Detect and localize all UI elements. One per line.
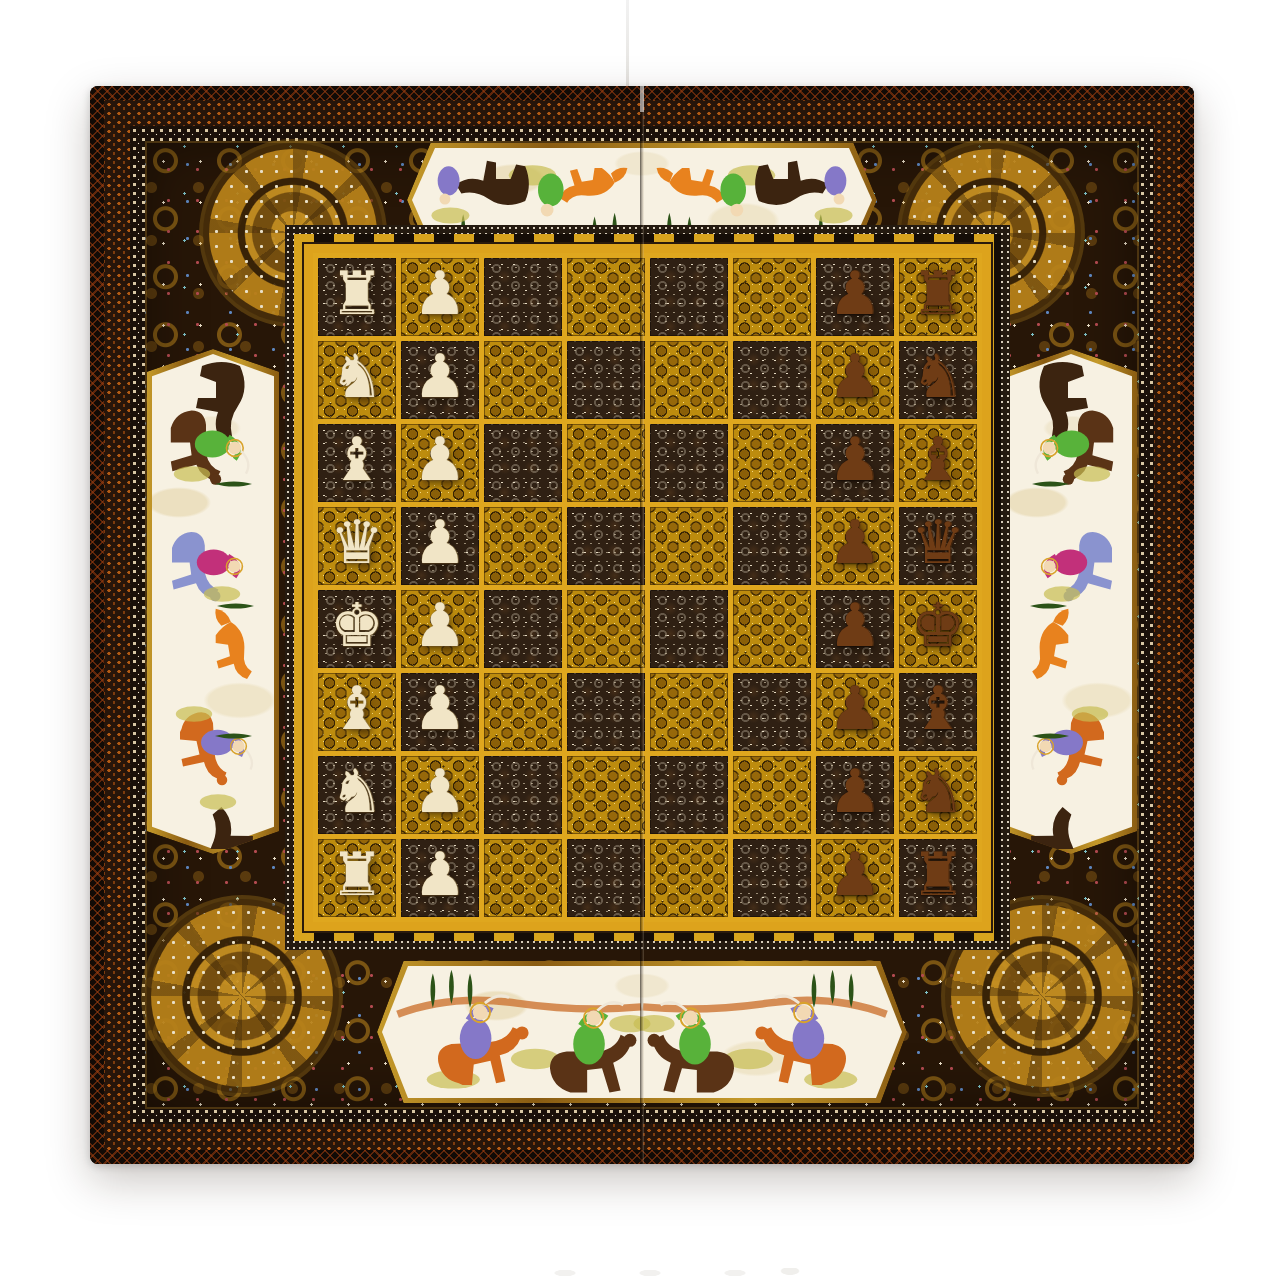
white-queen-d1[interactable]: ♛	[330, 512, 384, 572]
square-c1[interactable]: ♝	[318, 424, 396, 502]
square-d1[interactable]: ♛	[318, 507, 396, 585]
square-a7[interactable]: ♟	[816, 258, 894, 336]
square-c5[interactable]	[650, 424, 728, 502]
square-b7[interactable]: ♟	[816, 341, 894, 419]
white-bishop-f1[interactable]: ♝	[330, 678, 384, 738]
rust-spot-border: ♜♟♟♜♞♟♟♞♝♟♟♝♛♟♟♛♚♟♟♚♝♟♟♝♞♟♟♞♜♟♟♜	[104, 100, 1180, 1150]
square-f5[interactable]	[650, 673, 728, 751]
black-pawn-c7[interactable]: ♟	[828, 429, 882, 489]
chain-bead-border: ♜♟♟♜♞♟♟♞♝♟♟♝♛♟♟♛♚♟♟♚♝♟♟♝♞♟♟♞♜♟♟♜	[130, 126, 1154, 1124]
square-f2[interactable]: ♟	[401, 673, 479, 751]
black-knight-b8[interactable]: ♞	[911, 346, 965, 406]
black-pawn-h7[interactable]: ♟	[828, 844, 882, 904]
square-h5[interactable]	[650, 839, 728, 917]
square-g6[interactable]	[733, 756, 811, 834]
white-knight-b1[interactable]: ♞	[330, 346, 384, 406]
chess-grid: ♜♟♟♜♞♟♟♞♝♟♟♝♛♟♟♛♚♟♟♚♝♟♟♝♞♟♟♞♜♟♟♜	[313, 253, 982, 922]
square-e6[interactable]	[733, 590, 811, 668]
square-e5[interactable]	[650, 590, 728, 668]
square-h2[interactable]: ♟	[401, 839, 479, 917]
square-h8[interactable]: ♜	[899, 839, 977, 917]
black-pawn-e7[interactable]: ♟	[828, 595, 882, 655]
white-rook-a1[interactable]: ♜	[330, 263, 384, 323]
black-queen-d8[interactable]: ♛	[911, 512, 965, 572]
square-h3[interactable]	[484, 839, 562, 917]
square-c3[interactable]	[484, 424, 562, 502]
white-pawn-g2[interactable]: ♟	[413, 761, 467, 821]
white-bishop-c1[interactable]: ♝	[330, 429, 384, 489]
black-pawn-a7[interactable]: ♟	[828, 263, 882, 323]
square-c8[interactable]: ♝	[899, 424, 977, 502]
white-pawn-d2[interactable]: ♟	[413, 512, 467, 572]
miniature-panel-left	[147, 349, 279, 854]
square-d7[interactable]: ♟	[816, 507, 894, 585]
square-b3[interactable]	[484, 341, 562, 419]
square-e2[interactable]: ♟	[401, 590, 479, 668]
square-c6[interactable]	[733, 424, 811, 502]
square-b6[interactable]	[733, 341, 811, 419]
square-f7[interactable]: ♟	[816, 673, 894, 751]
square-h4[interactable]	[567, 839, 645, 917]
square-a3[interactable]	[484, 258, 562, 336]
square-g7[interactable]: ♟	[816, 756, 894, 834]
white-king-e1[interactable]: ♚	[330, 595, 384, 655]
white-pawn-b2[interactable]: ♟	[413, 346, 467, 406]
square-a4[interactable]	[567, 258, 645, 336]
white-pawn-h2[interactable]: ♟	[413, 844, 467, 904]
black-king-e8[interactable]: ♚	[911, 595, 965, 655]
white-pawn-f2[interactable]: ♟	[413, 678, 467, 738]
fold-seam-shadow-above-board	[626, 0, 629, 88]
square-d5[interactable]	[650, 507, 728, 585]
square-h7[interactable]: ♟	[816, 839, 894, 917]
square-b1[interactable]: ♞	[318, 341, 396, 419]
gold-block-band: ♜♟♟♜♞♟♟♞♝♟♟♝♛♟♟♛♚♟♟♚♝♟♟♝♞♟♟♞♜♟♟♜	[294, 234, 1001, 941]
square-c7[interactable]: ♟	[816, 424, 894, 502]
black-rook-a8[interactable]: ♜	[911, 263, 965, 323]
miniature-panel-right	[1005, 349, 1137, 854]
square-a8[interactable]: ♜	[899, 258, 977, 336]
black-pawn-b7[interactable]: ♟	[828, 346, 882, 406]
square-g5[interactable]	[650, 756, 728, 834]
square-a2[interactable]: ♟	[401, 258, 479, 336]
chess-grid-frame: ♜♟♟♜♞♟♟♞♝♟♟♝♛♟♟♛♚♟♟♚♝♟♟♝♞♟♟♞♜♟♟♜	[304, 244, 991, 931]
black-bishop-f8[interactable]: ♝	[911, 678, 965, 738]
black-bishop-c8[interactable]: ♝	[911, 429, 965, 489]
white-pawn-c2[interactable]: ♟	[413, 429, 467, 489]
square-b2[interactable]: ♟	[401, 341, 479, 419]
square-c4[interactable]	[567, 424, 645, 502]
black-pawn-d7[interactable]: ♟	[828, 512, 882, 572]
photo-canvas: ♜♟♟♜♞♟♟♞♝♟♟♝♛♟♟♛♚♟♟♚♝♟♟♝♞♟♟♞♜♟♟♜	[0, 0, 1280, 1280]
square-a5[interactable]	[650, 258, 728, 336]
square-e1[interactable]: ♚	[318, 590, 396, 668]
square-g8[interactable]: ♞	[899, 756, 977, 834]
square-f1[interactable]: ♝	[318, 673, 396, 751]
arabesque-ornament-field: ♜♟♟♜♞♟♟♞♝♟♟♝♛♟♟♛♚♟♟♚♝♟♟♝♞♟♟♞♜♟♟♜	[145, 141, 1139, 1109]
square-b8[interactable]: ♞	[899, 341, 977, 419]
square-d4[interactable]	[567, 507, 645, 585]
square-e7[interactable]: ♟	[816, 590, 894, 668]
black-pawn-f7[interactable]: ♟	[828, 678, 882, 738]
square-f3[interactable]	[484, 673, 562, 751]
square-f8[interactable]: ♝	[899, 673, 977, 751]
square-d3[interactable]	[484, 507, 562, 585]
square-e3[interactable]	[484, 590, 562, 668]
square-f6[interactable]	[733, 673, 811, 751]
black-rook-h8[interactable]: ♜	[911, 844, 965, 904]
white-knight-g1[interactable]: ♞	[330, 761, 384, 821]
square-g3[interactable]	[484, 756, 562, 834]
silver-chain-band: ♜♟♟♜♞♟♟♞♝♟♟♝♛♟♟♛♚♟♟♚♝♟♟♝♞♟♟♞♜♟♟♜	[285, 225, 1010, 950]
square-d6[interactable]	[733, 507, 811, 585]
photo-artifact-dots	[545, 1268, 805, 1278]
game-board: ♜♟♟♜♞♟♟♞♝♟♟♝♛♟♟♛♚♟♟♚♝♟♟♝♞♟♟♞♜♟♟♜	[90, 86, 1194, 1164]
black-pawn-g7[interactable]: ♟	[828, 761, 882, 821]
chess-grid-assembly: ♜♟♟♜♞♟♟♞♝♟♟♝♛♟♟♛♚♟♟♚♝♟♟♝♞♟♟♞♜♟♟♜	[285, 225, 1010, 950]
square-g4[interactable]	[567, 756, 645, 834]
square-f4[interactable]	[567, 673, 645, 751]
square-h6[interactable]	[733, 839, 811, 917]
riders-scene-miniature-right	[1010, 354, 1132, 849]
square-g1[interactable]: ♞	[318, 756, 396, 834]
black-knight-g8[interactable]: ♞	[911, 761, 965, 821]
square-a6[interactable]	[733, 258, 811, 336]
outer-lattice-border: ♜♟♟♜♞♟♟♞♝♟♟♝♛♟♟♛♚♟♟♚♝♟♟♝♞♟♟♞♜♟♟♜	[90, 86, 1194, 1164]
riders-scene-miniature-left	[152, 354, 274, 849]
square-b4[interactable]	[567, 341, 645, 419]
square-e8[interactable]: ♚	[899, 590, 977, 668]
white-pawn-a2[interactable]: ♟	[413, 263, 467, 323]
white-pawn-e2[interactable]: ♟	[413, 595, 467, 655]
square-g2[interactable]: ♟	[401, 756, 479, 834]
square-a1[interactable]: ♜	[318, 258, 396, 336]
square-c2[interactable]: ♟	[401, 424, 479, 502]
square-h1[interactable]: ♜	[318, 839, 396, 917]
miniature-panel-bottom	[377, 961, 907, 1103]
square-e4[interactable]	[567, 590, 645, 668]
white-rook-h1[interactable]: ♜	[330, 844, 384, 904]
square-b5[interactable]	[650, 341, 728, 419]
square-d2[interactable]: ♟	[401, 507, 479, 585]
square-d8[interactable]: ♛	[899, 507, 977, 585]
polo-scene-miniature	[382, 966, 902, 1098]
